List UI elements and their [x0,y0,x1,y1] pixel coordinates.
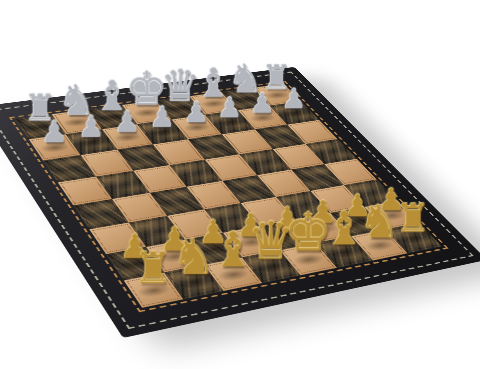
square-a7[interactable]: ♟ [29,134,81,160]
square-a1[interactable]: ♜ [124,273,184,308]
board-grid: ♜♞♝♚♛♝♞♜♟♟♟♟♟♟♟♟♟♟♟♟♟♟♟♟♜♞♝♛♚♝♞♜ [15,84,441,308]
chess-board: ♜♞♝♚♛♝♞♜♟♟♟♟♟♟♟♟♟♟♟♟♟♟♟♟♜♞♝♛♚♝♞♜ [0,67,480,338]
square-d6[interactable] [153,139,205,165]
perspective-scene: ♜♞♝♚♛♝♞♜♟♟♟♟♟♟♟♟♟♟♟♟♟♟♟♟♜♞♝♛♚♝♞♜ [0,0,480,369]
piece-white-rook[interactable]: ♜ [115,247,192,290]
board-photo: ♜♞♝♚♛♝♞♜♟♟♟♟♟♟♟♟♟♟♟♟♟♟♟♟♜♞♝♛♚♝♞♜ [0,0,480,369]
camera-roll-wrapper: ♜♞♝♚♛♝♞♜♟♟♟♟♟♟♟♟♟♟♟♟♟♟♟♟♜♞♝♛♚♝♞♜ [0,0,480,369]
piece-black-pawn[interactable]: ♟ [21,117,89,147]
